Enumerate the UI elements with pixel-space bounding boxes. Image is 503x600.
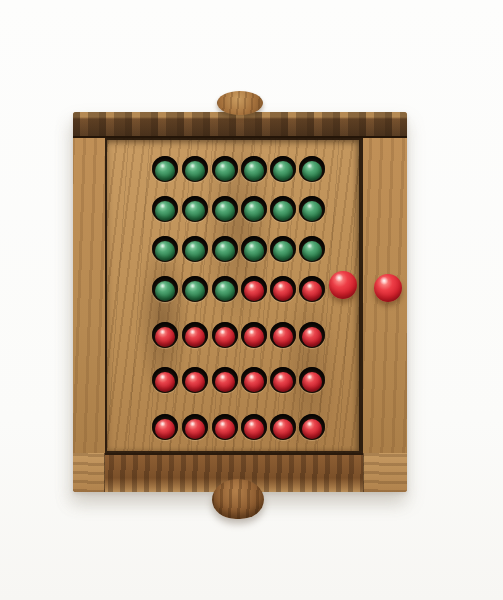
photo-scene [0,0,503,600]
hole-r4c2[interactable] [182,276,208,302]
hole-panel [105,138,363,453]
hole-r1c3[interactable] [212,156,238,182]
green-marble [273,161,293,181]
hole-r2c4[interactable] [241,196,267,222]
green-marble [185,281,205,301]
red-marble [244,281,264,301]
hole-r6c3[interactable] [212,367,238,393]
hole-r1c6[interactable] [299,156,325,182]
hole-r3c5[interactable] [270,236,296,262]
hole-r7c3[interactable] [212,414,238,440]
lid-knob-bottom [212,479,264,519]
green-marble [155,241,175,261]
game-board [73,112,407,492]
green-marble [244,161,264,181]
red-marble [185,327,205,347]
red-marble [155,372,175,392]
hole-r6c2[interactable] [182,367,208,393]
hole-r2c5[interactable] [270,196,296,222]
hole-r2c6[interactable] [299,196,325,222]
green-marble [215,241,235,261]
hole-r4c5[interactable] [270,276,296,302]
hole-r7c1[interactable] [152,414,178,440]
green-marble [155,201,175,221]
hole-r1c1[interactable] [152,156,178,182]
red-marble [302,281,322,301]
hole-r7c6[interactable] [299,414,325,440]
frame-corner-joint-left [73,453,105,492]
red-marble [273,372,293,392]
hole-r4c4[interactable] [241,276,267,302]
red-marble [302,372,322,392]
red-marble [215,372,235,392]
hole-r3c4[interactable] [241,236,267,262]
hole-r3c3[interactable] [212,236,238,262]
red-marble [155,419,175,439]
red-marble [244,327,264,347]
red-marble [273,281,293,301]
hole-r5c5[interactable] [270,322,296,348]
green-marble [302,201,322,221]
red-marble [302,327,322,347]
hole-r4c6[interactable] [299,276,325,302]
hole-r5c4[interactable] [241,322,267,348]
green-marble [155,161,175,181]
hole-r7c5[interactable] [270,414,296,440]
green-marble [302,241,322,261]
hole-r1c5[interactable] [270,156,296,182]
green-marble [244,241,264,261]
hole-r7c2[interactable] [182,414,208,440]
frame-top-rail [73,112,407,138]
red-marble [185,419,205,439]
hole-r7c4[interactable] [241,414,267,440]
green-marble [155,281,175,301]
green-marble [185,241,205,261]
lid-knob-top [217,91,263,115]
hole-r6c6[interactable] [299,367,325,393]
red-marble [273,419,293,439]
loose-red-marble-2[interactable] [374,274,402,302]
hole-r6c4[interactable] [241,367,267,393]
hole-r3c6[interactable] [299,236,325,262]
green-marble [273,201,293,221]
red-marble [155,327,175,347]
red-marble [244,419,264,439]
hole-r5c2[interactable] [182,322,208,348]
green-marble [273,241,293,261]
hole-r3c1[interactable] [152,236,178,262]
green-marble [215,161,235,181]
frame-corner-joint-right [363,453,407,492]
red-marble [273,327,293,347]
hole-r2c2[interactable] [182,196,208,222]
red-marble [244,372,264,392]
hole-r5c3[interactable] [212,322,238,348]
red-marble [302,419,322,439]
loose-red-marble-1[interactable] [329,271,357,299]
green-marble [185,201,205,221]
green-marble [215,281,235,301]
hole-r6c1[interactable] [152,367,178,393]
red-marble [215,327,235,347]
hole-r5c6[interactable] [299,322,325,348]
hole-r5c1[interactable] [152,322,178,348]
hole-r4c1[interactable] [152,276,178,302]
hole-r3c2[interactable] [182,236,208,262]
red-marble [185,372,205,392]
hole-r1c2[interactable] [182,156,208,182]
green-marble [244,201,264,221]
hole-r6c5[interactable] [270,367,296,393]
hole-r2c3[interactable] [212,196,238,222]
red-marble [215,419,235,439]
green-marble [302,161,322,181]
hole-r4c3[interactable] [212,276,238,302]
green-marble [215,201,235,221]
hole-r1c4[interactable] [241,156,267,182]
green-marble [185,161,205,181]
hole-r2c1[interactable] [152,196,178,222]
